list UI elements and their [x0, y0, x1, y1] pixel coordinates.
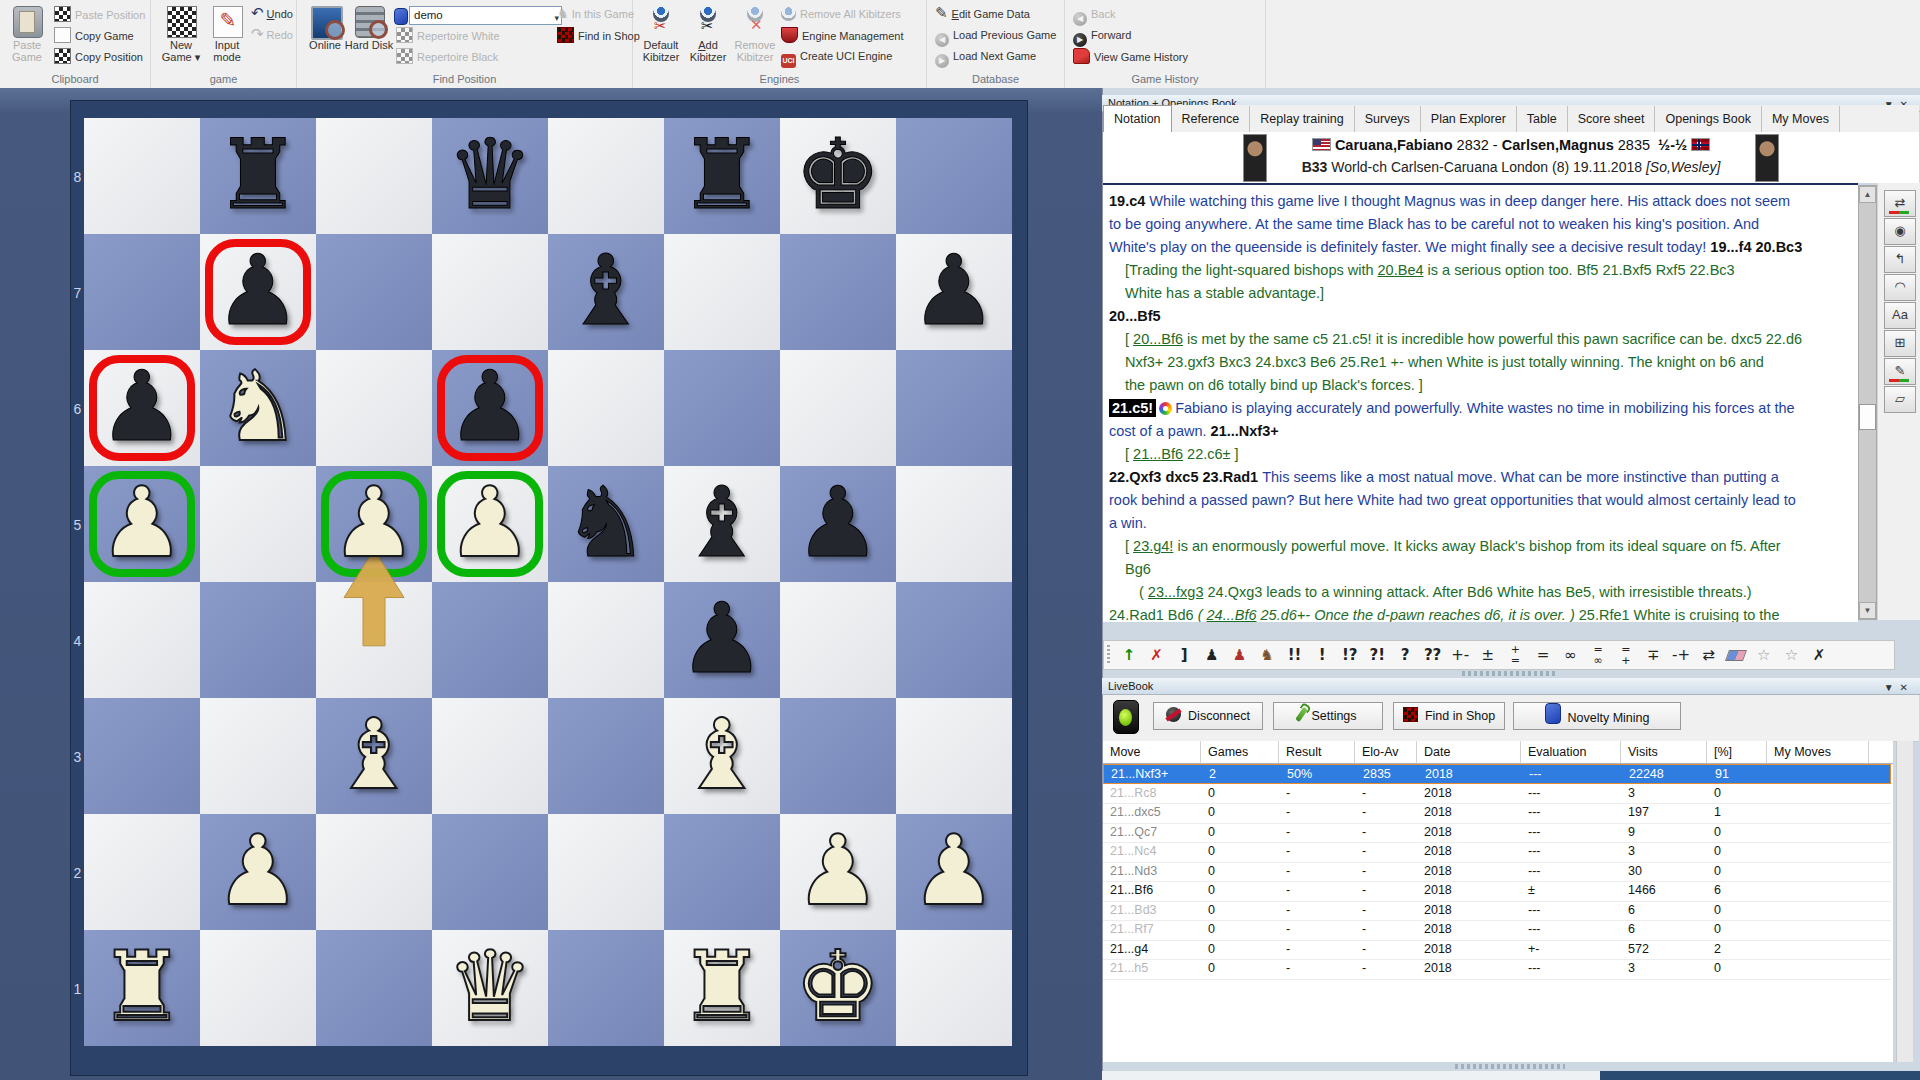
symbol-=∞[interactable]: =∞: [1585, 641, 1611, 669]
new-game-button[interactable]: New Game ▾: [158, 3, 204, 69]
board-panel: 12345678ABCDEFGH♜♛♜♚♟♝♟♟♞♟♟♟♟♞♝♟♟♝♝♟♟♟♜♛…: [0, 88, 1102, 1080]
symbol-??[interactable]: ??: [1420, 641, 1446, 669]
white-bishop-f3[interactable]: ♝: [664, 698, 780, 814]
square-c6[interactable]: [316, 350, 432, 466]
symbol-♟[interactable]: ♟: [1226, 641, 1252, 669]
symbol-!?[interactable]: !?: [1337, 641, 1363, 669]
black-knight-e5[interactable]: ♞: [548, 466, 664, 582]
game-header: Caruana,Fabiano 2832 - Carlsen,Magnus 28…: [1103, 132, 1919, 183]
data-cell: 0: [1707, 901, 1774, 921]
square-c8[interactable]: [316, 118, 432, 234]
training-spiral-icon[interactable]: ◉: [1884, 218, 1916, 245]
move-cell: 21...dxc5: [1103, 803, 1208, 823]
rank-label-6: 6: [71, 401, 84, 417]
notation-segment[interactable]: 25.Rfe1 White is cruising to the: [1575, 607, 1780, 622]
notation-segment[interactable]: a win.: [1109, 515, 1147, 531]
notation-segment[interactable]: [: [1125, 446, 1133, 462]
notation-segment[interactable]: the pawn on d6 totally bind up Black's f…: [1125, 377, 1423, 393]
data-cell: -: [1279, 920, 1362, 940]
livebook-wheel-icon: [1159, 402, 1172, 415]
notation-line-7[interactable]: [ 20...Bf6 is met by the same c5 21.c5! …: [1125, 328, 1858, 351]
notation-segment[interactable]: 24.Rad1 Bd6: [1109, 607, 1198, 622]
data-cell: -: [1355, 784, 1424, 804]
square-e4[interactable]: [548, 582, 664, 698]
white-pawn-d5[interactable]: ♟: [432, 466, 548, 582]
notation-segment[interactable]: 23.g4!: [1133, 538, 1173, 554]
livebook-row-21Bf6[interactable]: 21...Bf60--2018±14666: [1103, 881, 1891, 902]
livebook-row-21dxc5[interactable]: 21...dxc50--2018---1971: [1103, 803, 1891, 824]
data-cell: -: [1279, 803, 1362, 823]
symbol-☆[interactable]: ☆: [1751, 641, 1777, 669]
symbol-=+[interactable]: =+: [1613, 641, 1639, 669]
tab-replay-training[interactable]: Replay training: [1250, 106, 1354, 132]
input-mode-button[interactable]: ✎ Input mode: [204, 3, 250, 69]
square-a8[interactable]: [84, 118, 200, 234]
square-e3[interactable]: [548, 698, 664, 814]
symbol--+[interactable]: -+: [1668, 641, 1694, 669]
rank-label-5: 5: [71, 517, 84, 533]
notation-segment[interactable]: 19.c4: [1109, 193, 1149, 209]
notation-segment[interactable]: While watching this game live I thought …: [1149, 193, 1790, 209]
notation-segment[interactable]: [: [1125, 538, 1133, 554]
data-cell: -: [1355, 803, 1424, 823]
data-cell: 0: [1201, 920, 1286, 940]
notation-line-19[interactable]: 24.Rad1 Bd6 ( 24...Bf6 25.d6+- Once the …: [1109, 604, 1849, 622]
notation-segment[interactable]: 20...Bf5: [1109, 308, 1161, 324]
data-cell: 0: [1707, 842, 1774, 862]
branch-arrows-icon[interactable]: ↰: [1884, 246, 1916, 273]
livebook-row-21Rc8[interactable]: 21...Rc80--2018---30: [1103, 784, 1891, 805]
replay-arrows-icon[interactable]: ⇄: [1884, 190, 1916, 217]
symbol-±[interactable]: ±: [1475, 641, 1501, 669]
data-cell: 0: [1707, 784, 1774, 804]
tab-table[interactable]: Table: [1517, 106, 1568, 132]
notation-segment[interactable]: 24.Qxg3 leads to a winning attack. After…: [1203, 584, 1751, 600]
tab-notation[interactable]: Notation: [1103, 105, 1172, 133]
square-c4[interactable]: [316, 582, 432, 698]
livebook-row-21h5[interactable]: 21...h50--2018---30: [1103, 959, 1891, 980]
black-pawn-d6[interactable]: ♟: [432, 350, 548, 466]
square-h8[interactable]: [896, 118, 1012, 234]
redo-button[interactable]: ↷Redo: [251, 27, 293, 46]
notation-line-10[interactable]: 21.c5!Fabiano is playing accurately and …: [1109, 397, 1849, 420]
back-button[interactable]: ◀Back: [1073, 6, 1115, 25]
square-c1[interactable]: [316, 930, 432, 1046]
white-pawn-h2[interactable]: ♟: [896, 814, 1012, 930]
column-header-move[interactable]: Move: [1103, 741, 1201, 763]
undo-button[interactable]: ↶Undo: [251, 6, 293, 25]
square-h5[interactable]: [896, 466, 1012, 582]
data-cell: 2018: [1417, 940, 1528, 960]
square-c7[interactable]: [316, 234, 432, 350]
square-g4[interactable]: [780, 582, 896, 698]
notation-line-4[interactable]: [Trading the light-squared bishops with …: [1125, 259, 1858, 282]
symbol-∓[interactable]: ∓: [1640, 641, 1666, 669]
livebook-row-21Nc4[interactable]: 21...Nc40--2018---30: [1103, 842, 1891, 863]
square-d2[interactable]: [432, 814, 548, 930]
square-e1[interactable]: [548, 930, 664, 1046]
notation-segment[interactable]: [: [1125, 331, 1133, 347]
symbol-?![interactable]: ?!: [1364, 641, 1390, 669]
column-header-eloav[interactable]: Elo-Av: [1355, 741, 1417, 763]
data-cell: 2018: [1417, 803, 1528, 823]
square-b3[interactable]: [200, 698, 316, 814]
white-bishop-c3[interactable]: ♝: [316, 698, 432, 814]
livebook-row-21Nd3[interactable]: 21...Nd30--2018---300: [1103, 862, 1891, 883]
notation-segment[interactable]: (: [1198, 607, 1207, 622]
symbol-][interactable]: ]: [1171, 641, 1197, 669]
square-g6[interactable]: [780, 350, 896, 466]
repertoire-white-button[interactable]: Repertoire White: [396, 27, 500, 46]
move-cell: 21...Nd3: [1103, 862, 1208, 882]
hard-disk-button[interactable]: Hard Disk: [346, 3, 392, 69]
notation-segment[interactable]: is an enormously powerful move. It kicks…: [1173, 538, 1780, 554]
black-pawn-h7[interactable]: ♟: [896, 234, 1012, 350]
notation-line-11[interactable]: cost of a pawn. 21...Nxf3+: [1109, 420, 1849, 443]
forward-button[interactable]: ▶Forward: [1073, 27, 1131, 46]
data-cell: 2018: [1417, 959, 1528, 979]
white-rook-a1[interactable]: ♜: [84, 930, 200, 1046]
notation-line-14[interactable]: rook behind a passed pawn? But here Whit…: [1109, 489, 1849, 512]
notation-segment[interactable]: 23...fxg3: [1148, 584, 1204, 600]
livebook-row-21Bd3[interactable]: 21...Bd30--2018---60: [1103, 901, 1891, 922]
black-pawn-g5[interactable]: ♟: [780, 466, 896, 582]
square-b4[interactable]: [200, 582, 316, 698]
square-h3[interactable]: [896, 698, 1012, 814]
black-king-g8[interactable]: ♚: [780, 118, 896, 234]
history-book-icon: [1073, 48, 1090, 64]
symbol-♞[interactable]: ♞: [1254, 641, 1280, 669]
tree-structure-icon[interactable]: ⊞: [1884, 330, 1916, 357]
next-icon: ▶: [935, 54, 949, 68]
square-d3[interactable]: [432, 698, 548, 814]
back-icon: ◀: [1073, 12, 1087, 26]
notation-segment[interactable]: rook behind a passed pawn? But here Whit…: [1109, 492, 1796, 508]
data-cell: 0: [1201, 803, 1286, 823]
notation-line-15[interactable]: a win.: [1109, 512, 1849, 535]
column-header-date[interactable]: Date: [1417, 741, 1521, 763]
square-a7[interactable]: [84, 234, 200, 350]
white-rook-f1[interactable]: ♜: [664, 930, 780, 1046]
black-pawn-b7[interactable]: ♟: [200, 234, 316, 350]
move-cell: 21...Bd3: [1103, 901, 1208, 921]
livebook-buttons: Disconnect Settings Find in Shop Novelty…: [1103, 695, 1919, 742]
white-pawn-a5[interactable]: ♟: [84, 466, 200, 582]
white-knight-b6[interactable]: ♞: [200, 350, 316, 466]
notation-segment[interactable]: White has a stable advantage.]: [1125, 285, 1324, 301]
black-bishop-f5[interactable]: ♝: [664, 466, 780, 582]
data-cell: 9: [1621, 823, 1714, 843]
move-cell: 21...Rc8: [1103, 784, 1208, 804]
tab-score-sheet[interactable]: Score sheet: [1568, 106, 1656, 132]
connection-led-icon[interactable]: [1113, 700, 1139, 734]
scroll-up-icon[interactable]: ▲: [1859, 186, 1876, 203]
symbol-♟[interactable]: ♟: [1199, 641, 1225, 669]
data-cell: 3: [1621, 959, 1714, 979]
novelty-icon: [1545, 703, 1561, 724]
symbol-☆[interactable]: ☆: [1778, 641, 1804, 669]
notation-segment[interactable]: [Trading the light-squared bishops with: [1125, 262, 1378, 278]
annotation-toolbar: ↑✗]♟♟♞!!!!??!???+-±+==∞=∞=+∓-+⇄☆☆✗: [1103, 640, 1895, 670]
livebook-row-21g4[interactable]: 21...g40--2018+-5722: [1103, 940, 1891, 961]
new-board-icon: [167, 6, 197, 38]
data-cell: -: [1279, 862, 1362, 882]
repertoire-icon: [396, 27, 413, 43]
tab-openings-book[interactable]: Openings Book: [1655, 106, 1761, 132]
square-e2[interactable]: [548, 814, 664, 930]
black-rook-f8[interactable]: ♜: [664, 118, 780, 234]
square-d7[interactable]: [432, 234, 548, 350]
scissors-icon: ✂: [654, 19, 667, 33]
notation-segment[interactable]: 25.d6+- Once the d-pawn reaches d6, it i…: [1257, 607, 1575, 622]
notation-segment[interactable]: 24...Bf6: [1207, 607, 1257, 622]
eraser-icon[interactable]: [1723, 641, 1749, 669]
notation-segment[interactable]: Bg6: [1125, 561, 1151, 577]
livebook-titlebar: LiveBook ▼✕: [1102, 678, 1920, 695]
symbol-+-[interactable]: +-: [1447, 641, 1473, 669]
notation-segment[interactable]: 22.Qxf3 dxc5 23.Rad1: [1109, 469, 1262, 485]
selected-move[interactable]: 21.c5!: [1109, 399, 1156, 417]
black-queen-d8[interactable]: ♛: [432, 118, 548, 234]
column-header-result[interactable]: Result: [1279, 741, 1355, 763]
measure-icon[interactable]: ◠: [1884, 274, 1916, 301]
square-b5[interactable]: [200, 466, 316, 582]
data-cell: -: [1279, 901, 1362, 921]
notation-segment[interactable]: to be going anywhere. At the same time B…: [1109, 216, 1759, 232]
edit-game-data-button[interactable]: ✎Edit Game Data: [935, 6, 1030, 25]
notation-segment[interactable]: 21...Bf6: [1133, 446, 1183, 462]
previous-icon: ◀: [935, 33, 949, 47]
notation-line-5[interactable]: White has a stable advantage.]: [1125, 282, 1858, 305]
square-g3[interactable]: [780, 698, 896, 814]
in-this-game-button[interactable]: ♞In this Game: [557, 6, 634, 25]
notation-line-6[interactable]: 20...Bf5: [1109, 305, 1849, 328]
pencil-icon: ✎: [213, 6, 243, 38]
column-header-visits[interactable]: Visits: [1621, 741, 1707, 763]
symbol-+=[interactable]: +=: [1502, 641, 1528, 669]
remove-kibitzer-button[interactable]: ✕ Remove Kibitzer: [732, 3, 778, 69]
square-c2[interactable]: [316, 814, 432, 930]
column-header-mymoves[interactable]: My Moves: [1767, 741, 1869, 763]
ribbon-group-game-history: ◀Back ▶Forward View Game History Game Hi…: [1065, 0, 1266, 88]
document-icon: [54, 27, 71, 43]
notation-segment[interactable]: 20.Be4: [1378, 262, 1424, 278]
notation-segment[interactable]: cost of a pawn.: [1109, 423, 1211, 439]
novelty-mining-button[interactable]: Novelty Mining: [1513, 702, 1681, 730]
create-uci-engine-button[interactable]: UCICreate UCI Engine: [781, 48, 892, 67]
notation-line-3[interactable]: White's play on the queenside is definit…: [1109, 236, 1849, 259]
move-cell: 21...h5: [1103, 959, 1208, 979]
square-f6[interactable]: [664, 350, 780, 466]
tab-my-moves[interactable]: My Moves: [1762, 106, 1840, 132]
notation-line-9[interactable]: the pawn on d6 totally bind up Black's f…: [1125, 374, 1858, 397]
bottom-splitter[interactable]: [1455, 1064, 1565, 1069]
settings-button[interactable]: Settings: [1273, 702, 1383, 730]
white-king-g1[interactable]: ♚: [780, 930, 896, 1046]
square-d4[interactable]: [432, 582, 548, 698]
notation-line-18[interactable]: ( 23...fxg3 24.Qxg3 leads to a winning a…: [1139, 581, 1858, 604]
clipboard-icon: [13, 6, 43, 38]
black-bishop-e7[interactable]: ♝: [548, 234, 664, 350]
ribbon: Paste Game Paste Position Copy Game Copy…: [0, 0, 1920, 88]
database-combo[interactable]: demo ▾: [409, 6, 562, 25]
add-kibitzer-button[interactable]: ✂ Add Kibitzer: [685, 3, 731, 69]
data-cell: -: [1279, 823, 1362, 843]
paste-position-button[interactable]: Paste Position: [54, 6, 145, 25]
notation-segment[interactable]: This seems like a most natual move. What…: [1262, 469, 1779, 485]
online-button[interactable]: Online: [302, 3, 348, 69]
us-flag-icon: [1312, 138, 1331, 151]
data-cell: 0: [1201, 881, 1286, 901]
square-b1[interactable]: [200, 930, 316, 1046]
square-h6[interactable]: [896, 350, 1012, 466]
players-line: Caruana,Fabiano 2832 - Carlsen,Magnus 28…: [1103, 137, 1919, 153]
pen-annotation-icon[interactable]: ✎: [1884, 358, 1916, 385]
notation-line-17[interactable]: Bg6: [1125, 558, 1858, 581]
notation-segment[interactable]: (: [1139, 584, 1148, 600]
livebook-row-21Qc7[interactable]: 21...Qc70--2018---90: [1103, 823, 1891, 844]
edit-icon: ✎: [935, 4, 948, 21]
load-next-game-button[interactable]: ▶Load Next Game: [935, 48, 1036, 67]
symbol-↑[interactable]: ↑: [1116, 641, 1142, 669]
remove-all-kibitzers-button[interactable]: Remove All Kibitzers: [781, 6, 901, 25]
data-cell: -: [1279, 881, 1362, 901]
notation-segment[interactable]: 19...f4 20.Bc3: [1710, 239, 1802, 255]
notation-scrollbar[interactable]: ▲ ▼: [1858, 185, 1877, 620]
black-rook-b8[interactable]: ♜: [200, 118, 316, 234]
symbol-![interactable]: !: [1309, 641, 1335, 669]
square-f2[interactable]: [664, 814, 780, 930]
symbol-!![interactable]: !!: [1282, 641, 1308, 669]
text-annotation-icon[interactable]: Aa: [1884, 302, 1916, 329]
notation-text[interactable]: 19.c4 While watching this game live I th…: [1103, 183, 1858, 622]
symbol-=[interactable]: =: [1530, 641, 1556, 669]
white-pawn-c5[interactable]: ♟: [316, 466, 432, 582]
symbol-⇄[interactable]: ⇄: [1696, 641, 1722, 669]
column-header-%[interactable]: [%]: [1707, 741, 1767, 763]
data-cell: 2018: [1417, 901, 1528, 921]
notation-segment[interactable]: 21...Nxf3+: [1211, 423, 1279, 439]
livebook-row-21Nxf3+[interactable]: 21...Nxf3+250%28352018---2224891: [1103, 764, 1891, 784]
data-cell: ---: [1522, 765, 1629, 785]
square-e6[interactable]: [548, 350, 664, 466]
move-cell: 21...Nc4: [1103, 842, 1208, 862]
tab-surveys[interactable]: Surveys: [1355, 106, 1421, 132]
square-a3[interactable]: [84, 698, 200, 814]
tab-reference[interactable]: Reference: [1172, 106, 1251, 132]
symbol-∞[interactable]: ∞: [1558, 641, 1584, 669]
notation-segment[interactable]: is met by the same c5 21.c5! it is incre…: [1183, 331, 1802, 347]
data-cell: 0: [1201, 940, 1286, 960]
square-a2[interactable]: [84, 814, 200, 930]
default-kibitzer-button[interactable]: ✂ Default Kibitzer: [638, 3, 684, 69]
data-cell: 2018: [1417, 881, 1528, 901]
tab-plan-explorer[interactable]: Plan Explorer: [1421, 106, 1517, 132]
data-cell: 2018: [1417, 920, 1528, 940]
white-pawn-b2[interactable]: ♟: [200, 814, 316, 930]
data-cell: ---: [1521, 901, 1628, 921]
drag-handle[interactable]: [1107, 645, 1110, 665]
close-icon[interactable]: ✕: [1900, 682, 1914, 693]
ribbon-group-game: New Game ▾ ✎ Input mode ↶Undo ↷Redo game: [151, 0, 297, 88]
repertoire-black-button[interactable]: Repertoire Black: [396, 48, 498, 67]
copy-position-button[interactable]: Copy Position: [54, 48, 143, 67]
notation-line-12[interactable]: [ 21...Bf6 22.c6± ]: [1125, 443, 1858, 466]
data-cell: 6: [1621, 901, 1714, 921]
rank-label-1: 1: [71, 981, 84, 997]
square-e8[interactable]: [548, 118, 664, 234]
rank-label-7: 7: [71, 285, 84, 301]
notation-line-13[interactable]: 22.Qxf3 dxc5 23.Rad1 This seems like a m…: [1109, 466, 1849, 489]
data-cell: 2: [1707, 940, 1774, 960]
livebook-scrollbar[interactable]: [1896, 741, 1913, 1062]
disconnect-button[interactable]: Disconnect: [1153, 702, 1263, 730]
notation-line-16[interactable]: [ 23.g4! is an enormously powerful move.…: [1125, 535, 1858, 558]
find-in-shop-button[interactable]: Find in Shop: [1393, 702, 1505, 730]
view-game-history-button[interactable]: View Game History: [1073, 48, 1188, 67]
white-pawn-g2[interactable]: ♟: [780, 814, 896, 930]
data-cell: 2018: [1417, 862, 1528, 882]
column-header-games[interactable]: Games: [1201, 741, 1279, 763]
notation-segment[interactable]: Fabiano is playing accurately and powerf…: [1175, 400, 1795, 416]
square-h4[interactable]: [896, 582, 1012, 698]
data-cell: ±: [1521, 881, 1628, 901]
symbol-?[interactable]: ?: [1392, 641, 1418, 669]
scroll-down-icon[interactable]: ▼: [1859, 602, 1876, 619]
data-cell: 0: [1201, 823, 1286, 843]
engine-management-button[interactable]: Engine Management: [781, 27, 904, 46]
notation-segment[interactable]: 22.c6± ]: [1183, 446, 1239, 462]
event-line: B33 World-ch Carlsen-Caruana London (8) …: [1103, 159, 1919, 175]
notation-segment[interactable]: is a serious option too. Bf5 21.Bxf5 Rxf…: [1424, 262, 1735, 278]
collapse-icon[interactable]: ▼: [1884, 682, 1900, 693]
eraser-icon[interactable]: ▱: [1884, 386, 1916, 413]
paste-game-button[interactable]: Paste Game: [4, 3, 50, 69]
group-label: Clipboard: [0, 73, 150, 85]
notation-line-2[interactable]: to be going anywhere. At the same time B…: [1109, 213, 1849, 236]
data-cell: 3: [1621, 842, 1714, 862]
notation-line-1[interactable]: 19.c4 While watching this game live I th…: [1109, 190, 1849, 213]
black-pawn-a6[interactable]: ♟: [84, 350, 200, 466]
data-cell: 572: [1621, 940, 1714, 960]
notation-segment[interactable]: Nxf3+ 23.gxf3 Bxc3 24.bxc3 Be6 25.Re1 +-…: [1125, 354, 1764, 370]
notation-segment[interactable]: 20...Bf6: [1133, 331, 1183, 347]
square-a4[interactable]: [84, 582, 200, 698]
square-h1[interactable]: [896, 930, 1012, 1046]
rank-label-3: 3: [71, 749, 84, 765]
wrench-icon: [1296, 707, 1309, 722]
square-f7[interactable]: [664, 234, 780, 350]
repertoire-icon: [396, 48, 413, 64]
find-in-shop-button[interactable]: Find in Shop: [557, 27, 640, 46]
data-cell: 91: [1708, 765, 1775, 785]
notation-line-8[interactable]: Nxf3+ 23.gxf3 Bxc3 24.bxc3 Be6 25.Re1 +-…: [1125, 351, 1858, 374]
ribbon-group-find-position: Online Hard Disk demo ▾ Repertoire White…: [297, 0, 633, 88]
livebook-row-21Rf7[interactable]: 21...Rf70--2018---60: [1103, 920, 1891, 941]
panel-splitter[interactable]: [1462, 671, 1558, 676]
column-header-evaluation[interactable]: Evaluation: [1521, 741, 1621, 763]
data-cell: 2835: [1356, 765, 1425, 785]
white-queen-d1[interactable]: ♛: [432, 930, 548, 1046]
symbol-✗[interactable]: ✗: [1144, 641, 1170, 669]
load-previous-game-button[interactable]: ◀Load Previous Game: [935, 27, 1056, 46]
copy-game-button[interactable]: Copy Game: [54, 27, 134, 46]
square-g7[interactable]: [780, 234, 896, 350]
black-pawn-f4[interactable]: ♟: [664, 582, 780, 698]
scrollbar-thumb[interactable]: [1859, 404, 1876, 430]
symbol-✗[interactable]: ✗: [1806, 641, 1832, 669]
notation-segment[interactable]: White's play on the queenside is definit…: [1109, 239, 1710, 255]
